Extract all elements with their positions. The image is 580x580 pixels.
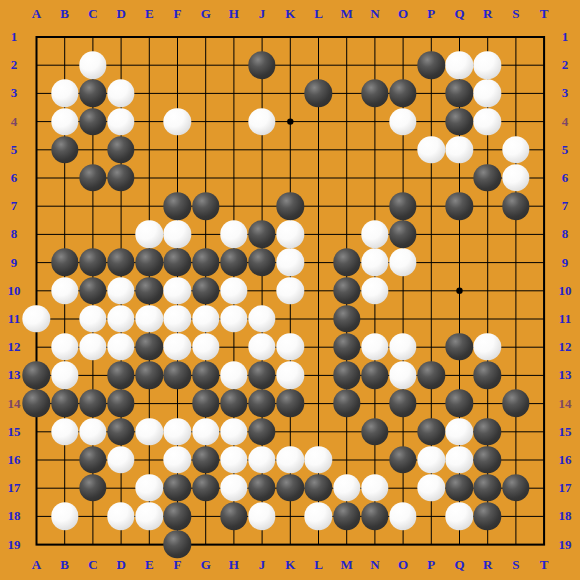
intersection-F19[interactable] <box>163 530 191 558</box>
intersection-P12[interactable] <box>417 333 445 361</box>
intersection-A4[interactable] <box>22 107 50 135</box>
intersection-A12[interactable] <box>22 333 50 361</box>
intersection-D7[interactable] <box>107 192 135 220</box>
intersection-D1[interactable] <box>107 23 135 51</box>
intersection-A11[interactable] <box>22 305 50 333</box>
intersection-A15[interactable] <box>22 418 50 446</box>
intersection-B4[interactable] <box>51 107 79 135</box>
intersection-P14[interactable] <box>417 389 445 417</box>
intersection-N15[interactable] <box>361 418 389 446</box>
intersection-K17[interactable] <box>276 474 304 502</box>
intersection-L14[interactable] <box>304 389 332 417</box>
intersection-L15[interactable] <box>304 418 332 446</box>
intersection-D11[interactable] <box>107 305 135 333</box>
intersection-T6[interactable] <box>530 164 558 192</box>
intersection-C14[interactable] <box>79 389 107 417</box>
intersection-J11[interactable] <box>248 305 276 333</box>
intersection-T12[interactable] <box>530 333 558 361</box>
intersection-Q4[interactable] <box>445 107 473 135</box>
intersection-A6[interactable] <box>22 164 50 192</box>
intersection-M12[interactable] <box>332 333 360 361</box>
intersection-K9[interactable] <box>276 248 304 276</box>
board-grid[interactable] <box>22 23 558 559</box>
intersection-R15[interactable] <box>473 418 501 446</box>
intersection-H17[interactable] <box>220 474 248 502</box>
intersection-P7[interactable] <box>417 192 445 220</box>
intersection-O19[interactable] <box>389 530 417 558</box>
intersection-D18[interactable] <box>107 502 135 530</box>
intersection-P19[interactable] <box>417 530 445 558</box>
intersection-G11[interactable] <box>192 305 220 333</box>
intersection-R12[interactable] <box>473 333 501 361</box>
intersection-Q18[interactable] <box>445 502 473 530</box>
intersection-T1[interactable] <box>530 23 558 51</box>
intersection-H10[interactable] <box>220 277 248 305</box>
intersection-N13[interactable] <box>361 361 389 389</box>
intersection-S9[interactable] <box>502 248 530 276</box>
intersection-S10[interactable] <box>502 277 530 305</box>
intersection-K6[interactable] <box>276 164 304 192</box>
intersection-P9[interactable] <box>417 248 445 276</box>
intersection-Q17[interactable] <box>445 474 473 502</box>
intersection-L4[interactable] <box>304 107 332 135</box>
intersection-N16[interactable] <box>361 446 389 474</box>
intersection-P2[interactable] <box>417 51 445 79</box>
intersection-N7[interactable] <box>361 192 389 220</box>
intersection-D15[interactable] <box>107 418 135 446</box>
intersection-K16[interactable] <box>276 446 304 474</box>
intersection-N3[interactable] <box>361 79 389 107</box>
intersection-H15[interactable] <box>220 418 248 446</box>
intersection-R6[interactable] <box>473 164 501 192</box>
intersection-K8[interactable] <box>276 220 304 248</box>
intersection-B11[interactable] <box>51 305 79 333</box>
intersection-T15[interactable] <box>530 418 558 446</box>
intersection-R18[interactable] <box>473 502 501 530</box>
intersection-Q11[interactable] <box>445 305 473 333</box>
intersection-B17[interactable] <box>51 474 79 502</box>
intersection-M9[interactable] <box>332 248 360 276</box>
intersection-L5[interactable] <box>304 136 332 164</box>
intersection-P18[interactable] <box>417 502 445 530</box>
intersection-D17[interactable] <box>107 474 135 502</box>
intersection-A9[interactable] <box>22 248 50 276</box>
intersection-H16[interactable] <box>220 446 248 474</box>
intersection-F3[interactable] <box>163 79 191 107</box>
intersection-R4[interactable] <box>473 107 501 135</box>
intersection-F6[interactable] <box>163 164 191 192</box>
intersection-J19[interactable] <box>248 530 276 558</box>
intersection-L2[interactable] <box>304 51 332 79</box>
intersection-N19[interactable] <box>361 530 389 558</box>
intersection-C5[interactable] <box>79 136 107 164</box>
intersection-O5[interactable] <box>389 136 417 164</box>
intersection-B16[interactable] <box>51 446 79 474</box>
intersection-S3[interactable] <box>502 79 530 107</box>
intersection-N2[interactable] <box>361 51 389 79</box>
intersection-A18[interactable] <box>22 502 50 530</box>
intersection-R11[interactable] <box>473 305 501 333</box>
intersection-F1[interactable] <box>163 23 191 51</box>
intersection-H2[interactable] <box>220 51 248 79</box>
intersection-Q6[interactable] <box>445 164 473 192</box>
intersection-H13[interactable] <box>220 361 248 389</box>
intersection-S2[interactable] <box>502 51 530 79</box>
intersection-P11[interactable] <box>417 305 445 333</box>
intersection-G4[interactable] <box>192 107 220 135</box>
intersection-G1[interactable] <box>192 23 220 51</box>
intersection-J4[interactable] <box>248 107 276 135</box>
intersection-J2[interactable] <box>248 51 276 79</box>
intersection-F8[interactable] <box>163 220 191 248</box>
intersection-K1[interactable] <box>276 23 304 51</box>
intersection-G19[interactable] <box>192 530 220 558</box>
intersection-E13[interactable] <box>135 361 163 389</box>
intersection-G12[interactable] <box>192 333 220 361</box>
intersection-B19[interactable] <box>51 530 79 558</box>
intersection-H6[interactable] <box>220 164 248 192</box>
intersection-S12[interactable] <box>502 333 530 361</box>
intersection-P17[interactable] <box>417 474 445 502</box>
intersection-B15[interactable] <box>51 418 79 446</box>
intersection-O8[interactable] <box>389 220 417 248</box>
intersection-B2[interactable] <box>51 51 79 79</box>
intersection-Q1[interactable] <box>445 23 473 51</box>
intersection-D8[interactable] <box>107 220 135 248</box>
intersection-M2[interactable] <box>332 51 360 79</box>
intersection-P6[interactable] <box>417 164 445 192</box>
intersection-O6[interactable] <box>389 164 417 192</box>
intersection-T17[interactable] <box>530 474 558 502</box>
intersection-P1[interactable] <box>417 23 445 51</box>
intersection-S16[interactable] <box>502 446 530 474</box>
intersection-B6[interactable] <box>51 164 79 192</box>
intersection-L18[interactable] <box>304 502 332 530</box>
intersection-R2[interactable] <box>473 51 501 79</box>
intersection-T14[interactable] <box>530 389 558 417</box>
intersection-B7[interactable] <box>51 192 79 220</box>
intersection-K12[interactable] <box>276 333 304 361</box>
intersection-A8[interactable] <box>22 220 50 248</box>
intersection-R8[interactable] <box>473 220 501 248</box>
intersection-F17[interactable] <box>163 474 191 502</box>
intersection-N1[interactable] <box>361 23 389 51</box>
intersection-K5[interactable] <box>276 136 304 164</box>
intersection-P3[interactable] <box>417 79 445 107</box>
intersection-Q14[interactable] <box>445 389 473 417</box>
intersection-F14[interactable] <box>163 389 191 417</box>
intersection-L10[interactable] <box>304 277 332 305</box>
intersection-F18[interactable] <box>163 502 191 530</box>
intersection-T18[interactable] <box>530 502 558 530</box>
intersection-E18[interactable] <box>135 502 163 530</box>
intersection-L6[interactable] <box>304 164 332 192</box>
intersection-M15[interactable] <box>332 418 360 446</box>
intersection-C3[interactable] <box>79 79 107 107</box>
intersection-C17[interactable] <box>79 474 107 502</box>
intersection-A10[interactable] <box>22 277 50 305</box>
intersection-H12[interactable] <box>220 333 248 361</box>
intersection-S7[interactable] <box>502 192 530 220</box>
intersection-M1[interactable] <box>332 23 360 51</box>
intersection-T4[interactable] <box>530 107 558 135</box>
intersection-E19[interactable] <box>135 530 163 558</box>
intersection-F15[interactable] <box>163 418 191 446</box>
intersection-C1[interactable] <box>79 23 107 51</box>
intersection-C6[interactable] <box>79 164 107 192</box>
intersection-O1[interactable] <box>389 23 417 51</box>
intersection-L17[interactable] <box>304 474 332 502</box>
intersection-H5[interactable] <box>220 136 248 164</box>
intersection-T11[interactable] <box>530 305 558 333</box>
intersection-R13[interactable] <box>473 361 501 389</box>
intersection-J7[interactable] <box>248 192 276 220</box>
intersection-T13[interactable] <box>530 361 558 389</box>
intersection-J1[interactable] <box>248 23 276 51</box>
intersection-O3[interactable] <box>389 79 417 107</box>
intersection-O16[interactable] <box>389 446 417 474</box>
intersection-Q9[interactable] <box>445 248 473 276</box>
intersection-E5[interactable] <box>135 136 163 164</box>
intersection-S19[interactable] <box>502 530 530 558</box>
intersection-D12[interactable] <box>107 333 135 361</box>
intersection-L1[interactable] <box>304 23 332 51</box>
intersection-N11[interactable] <box>361 305 389 333</box>
intersection-K7[interactable] <box>276 192 304 220</box>
intersection-M19[interactable] <box>332 530 360 558</box>
intersection-B1[interactable] <box>51 23 79 51</box>
intersection-R7[interactable] <box>473 192 501 220</box>
intersection-A2[interactable] <box>22 51 50 79</box>
intersection-M17[interactable] <box>332 474 360 502</box>
intersection-G10[interactable] <box>192 277 220 305</box>
intersection-T9[interactable] <box>530 248 558 276</box>
intersection-P10[interactable] <box>417 277 445 305</box>
intersection-E17[interactable] <box>135 474 163 502</box>
intersection-N17[interactable] <box>361 474 389 502</box>
intersection-D14[interactable] <box>107 389 135 417</box>
intersection-J3[interactable] <box>248 79 276 107</box>
intersection-P8[interactable] <box>417 220 445 248</box>
intersection-G6[interactable] <box>192 164 220 192</box>
intersection-N6[interactable] <box>361 164 389 192</box>
intersection-B12[interactable] <box>51 333 79 361</box>
intersection-F7[interactable] <box>163 192 191 220</box>
intersection-M10[interactable] <box>332 277 360 305</box>
intersection-R3[interactable] <box>473 79 501 107</box>
intersection-E3[interactable] <box>135 79 163 107</box>
intersection-E8[interactable] <box>135 220 163 248</box>
intersection-A19[interactable] <box>22 530 50 558</box>
intersection-G16[interactable] <box>192 446 220 474</box>
intersection-G14[interactable] <box>192 389 220 417</box>
intersection-F16[interactable] <box>163 446 191 474</box>
intersection-C10[interactable] <box>79 277 107 305</box>
intersection-R10[interactable] <box>473 277 501 305</box>
intersection-O10[interactable] <box>389 277 417 305</box>
intersection-T19[interactable] <box>530 530 558 558</box>
intersection-P15[interactable] <box>417 418 445 446</box>
intersection-B18[interactable] <box>51 502 79 530</box>
intersection-E1[interactable] <box>135 23 163 51</box>
intersection-J13[interactable] <box>248 361 276 389</box>
intersection-R19[interactable] <box>473 530 501 558</box>
intersection-E7[interactable] <box>135 192 163 220</box>
intersection-C19[interactable] <box>79 530 107 558</box>
intersection-E10[interactable] <box>135 277 163 305</box>
intersection-F13[interactable] <box>163 361 191 389</box>
intersection-S15[interactable] <box>502 418 530 446</box>
intersection-K11[interactable] <box>276 305 304 333</box>
intersection-S8[interactable] <box>502 220 530 248</box>
intersection-E12[interactable] <box>135 333 163 361</box>
intersection-D13[interactable] <box>107 361 135 389</box>
intersection-O18[interactable] <box>389 502 417 530</box>
intersection-B5[interactable] <box>51 136 79 164</box>
intersection-D16[interactable] <box>107 446 135 474</box>
intersection-H18[interactable] <box>220 502 248 530</box>
intersection-O13[interactable] <box>389 361 417 389</box>
intersection-S6[interactable] <box>502 164 530 192</box>
intersection-A7[interactable] <box>22 192 50 220</box>
intersection-F11[interactable] <box>163 305 191 333</box>
intersection-O17[interactable] <box>389 474 417 502</box>
intersection-J6[interactable] <box>248 164 276 192</box>
intersection-N4[interactable] <box>361 107 389 135</box>
intersection-F5[interactable] <box>163 136 191 164</box>
intersection-A13[interactable] <box>22 361 50 389</box>
intersection-F2[interactable] <box>163 51 191 79</box>
intersection-P5[interactable] <box>417 136 445 164</box>
intersection-G18[interactable] <box>192 502 220 530</box>
intersection-M11[interactable] <box>332 305 360 333</box>
intersection-T5[interactable] <box>530 136 558 164</box>
intersection-H19[interactable] <box>220 530 248 558</box>
intersection-H9[interactable] <box>220 248 248 276</box>
intersection-G5[interactable] <box>192 136 220 164</box>
intersection-T8[interactable] <box>530 220 558 248</box>
intersection-D2[interactable] <box>107 51 135 79</box>
intersection-C16[interactable] <box>79 446 107 474</box>
intersection-C15[interactable] <box>79 418 107 446</box>
intersection-D19[interactable] <box>107 530 135 558</box>
intersection-G17[interactable] <box>192 474 220 502</box>
intersection-J18[interactable] <box>248 502 276 530</box>
intersection-Q2[interactable] <box>445 51 473 79</box>
intersection-E16[interactable] <box>135 446 163 474</box>
intersection-C12[interactable] <box>79 333 107 361</box>
intersection-R14[interactable] <box>473 389 501 417</box>
intersection-O14[interactable] <box>389 389 417 417</box>
intersection-M7[interactable] <box>332 192 360 220</box>
intersection-C11[interactable] <box>79 305 107 333</box>
intersection-B9[interactable] <box>51 248 79 276</box>
intersection-F9[interactable] <box>163 248 191 276</box>
intersection-E6[interactable] <box>135 164 163 192</box>
intersection-C8[interactable] <box>79 220 107 248</box>
intersection-B10[interactable] <box>51 277 79 305</box>
intersection-M8[interactable] <box>332 220 360 248</box>
intersection-O9[interactable] <box>389 248 417 276</box>
intersection-R5[interactable] <box>473 136 501 164</box>
intersection-D10[interactable] <box>107 277 135 305</box>
intersection-C2[interactable] <box>79 51 107 79</box>
intersection-H8[interactable] <box>220 220 248 248</box>
intersection-K2[interactable] <box>276 51 304 79</box>
intersection-M13[interactable] <box>332 361 360 389</box>
intersection-J17[interactable] <box>248 474 276 502</box>
intersection-S5[interactable] <box>502 136 530 164</box>
intersection-E15[interactable] <box>135 418 163 446</box>
intersection-S18[interactable] <box>502 502 530 530</box>
intersection-L8[interactable] <box>304 220 332 248</box>
intersection-D4[interactable] <box>107 107 135 135</box>
intersection-N12[interactable] <box>361 333 389 361</box>
intersection-J5[interactable] <box>248 136 276 164</box>
intersection-L9[interactable] <box>304 248 332 276</box>
intersection-T7[interactable] <box>530 192 558 220</box>
intersection-G15[interactable] <box>192 418 220 446</box>
intersection-R9[interactable] <box>473 248 501 276</box>
intersection-S11[interactable] <box>502 305 530 333</box>
intersection-F12[interactable] <box>163 333 191 361</box>
intersection-A5[interactable] <box>22 136 50 164</box>
intersection-Q12[interactable] <box>445 333 473 361</box>
intersection-K10[interactable] <box>276 277 304 305</box>
intersection-M5[interactable] <box>332 136 360 164</box>
intersection-G3[interactable] <box>192 79 220 107</box>
intersection-H4[interactable] <box>220 107 248 135</box>
intersection-R1[interactable] <box>473 23 501 51</box>
intersection-T3[interactable] <box>530 79 558 107</box>
intersection-S1[interactable] <box>502 23 530 51</box>
intersection-B14[interactable] <box>51 389 79 417</box>
intersection-O4[interactable] <box>389 107 417 135</box>
intersection-R17[interactable] <box>473 474 501 502</box>
intersection-Q10[interactable] <box>445 277 473 305</box>
intersection-B13[interactable] <box>51 361 79 389</box>
intersection-O12[interactable] <box>389 333 417 361</box>
intersection-P4[interactable] <box>417 107 445 135</box>
intersection-K4[interactable] <box>276 107 304 135</box>
intersection-M3[interactable] <box>332 79 360 107</box>
intersection-Q3[interactable] <box>445 79 473 107</box>
intersection-O7[interactable] <box>389 192 417 220</box>
intersection-E4[interactable] <box>135 107 163 135</box>
intersection-A3[interactable] <box>22 79 50 107</box>
intersection-G2[interactable] <box>192 51 220 79</box>
intersection-A16[interactable] <box>22 446 50 474</box>
intersection-T16[interactable] <box>530 446 558 474</box>
intersection-C18[interactable] <box>79 502 107 530</box>
intersection-J14[interactable] <box>248 389 276 417</box>
intersection-H3[interactable] <box>220 79 248 107</box>
intersection-C7[interactable] <box>79 192 107 220</box>
intersection-S17[interactable] <box>502 474 530 502</box>
intersection-H14[interactable] <box>220 389 248 417</box>
intersection-N18[interactable] <box>361 502 389 530</box>
intersection-Q7[interactable] <box>445 192 473 220</box>
intersection-A14[interactable] <box>22 389 50 417</box>
intersection-C9[interactable] <box>79 248 107 276</box>
intersection-Q5[interactable] <box>445 136 473 164</box>
intersection-L19[interactable] <box>304 530 332 558</box>
intersection-M16[interactable] <box>332 446 360 474</box>
intersection-O15[interactable] <box>389 418 417 446</box>
intersection-Q15[interactable] <box>445 418 473 446</box>
intersection-P13[interactable] <box>417 361 445 389</box>
intersection-F4[interactable] <box>163 107 191 135</box>
